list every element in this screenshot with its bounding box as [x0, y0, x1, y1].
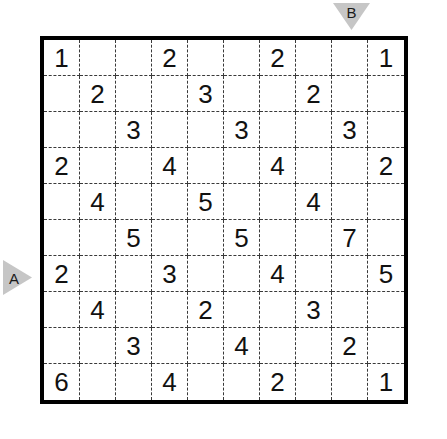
grid-cell-r6c9: 7	[332, 220, 368, 256]
grid-cell-r7c8[interactable]	[296, 256, 332, 292]
grid-cell-r5c8: 4	[296, 184, 332, 220]
grid-cell-r5c1[interactable]	[44, 184, 80, 220]
grid-cell-r4c1: 2	[44, 148, 80, 184]
grid-cell-r10c1: 6	[44, 364, 80, 400]
puzzle-board: 1221232333244245455723454233426421	[40, 36, 408, 404]
grid-cell-r4c10: 2	[368, 148, 404, 184]
grid-cell-r6c2[interactable]	[80, 220, 116, 256]
grid-cell-r8c9[interactable]	[332, 292, 368, 328]
grid-cell-r7c3[interactable]	[116, 256, 152, 292]
grid-cell-r9c4[interactable]	[152, 328, 188, 364]
grid-cell-r7c10: 5	[368, 256, 404, 292]
grid-cell-r8c5: 2	[188, 292, 224, 328]
grid-cell-r10c8[interactable]	[296, 364, 332, 400]
grid-cell-r1c10: 1	[368, 40, 404, 76]
grid-cell-r5c9[interactable]	[332, 184, 368, 220]
grid-cell-r4c2[interactable]	[80, 148, 116, 184]
grid-cell-r4c5[interactable]	[188, 148, 224, 184]
grid-cell-r9c8[interactable]	[296, 328, 332, 364]
endpoint-marker-a-arrow-icon: A	[3, 260, 32, 295]
grid-cell-r8c4[interactable]	[152, 292, 188, 328]
grid-cell-r7c6[interactable]	[224, 256, 260, 292]
grid-cell-r3c6: 3	[224, 112, 260, 148]
grid-cell-r5c6[interactable]	[224, 184, 260, 220]
grid-cell-r7c7: 4	[260, 256, 296, 292]
grid-cell-r7c4: 3	[152, 256, 188, 292]
marker-a-label: A	[9, 270, 19, 285]
grid-cell-r8c6[interactable]	[224, 292, 260, 328]
grid-cell-r6c1[interactable]	[44, 220, 80, 256]
grid-cell-r3c3: 3	[116, 112, 152, 148]
grid-cell-r8c3[interactable]	[116, 292, 152, 328]
grid-cell-r5c5: 5	[188, 184, 224, 220]
grid-cell-r10c6[interactable]	[224, 364, 260, 400]
grid-cell-r10c2[interactable]	[80, 364, 116, 400]
grid-cell-r10c4: 4	[152, 364, 188, 400]
grid-cell-r8c8: 3	[296, 292, 332, 328]
grid-cell-r3c8[interactable]	[296, 112, 332, 148]
grid-cell-r7c5[interactable]	[188, 256, 224, 292]
marker-b-label: B	[333, 5, 370, 20]
grid-cell-r7c1: 2	[44, 256, 80, 292]
grid-cell-r7c9[interactable]	[332, 256, 368, 292]
grid-cell-r5c4[interactable]	[152, 184, 188, 220]
grid-cell-r9c5[interactable]	[188, 328, 224, 364]
grid-cell-r10c3[interactable]	[116, 364, 152, 400]
grid-cell-r2c4[interactable]	[152, 76, 188, 112]
grid-cell-r2c7[interactable]	[260, 76, 296, 112]
puzzle-grid: 1221232333244245455723454233426421	[44, 40, 404, 400]
grid-cell-r8c2: 4	[80, 292, 116, 328]
grid-cell-r6c10[interactable]	[368, 220, 404, 256]
grid-cell-r2c8: 2	[296, 76, 332, 112]
grid-cell-r4c3[interactable]	[116, 148, 152, 184]
grid-cell-r6c5[interactable]	[188, 220, 224, 256]
grid-cell-r5c10[interactable]	[368, 184, 404, 220]
grid-cell-r1c8[interactable]	[296, 40, 332, 76]
grid-cell-r6c7[interactable]	[260, 220, 296, 256]
endpoint-marker-b-arrow-icon: B	[333, 3, 370, 30]
grid-cell-r8c10[interactable]	[368, 292, 404, 328]
grid-cell-r1c3[interactable]	[116, 40, 152, 76]
grid-cell-r1c1: 1	[44, 40, 80, 76]
grid-cell-r2c3[interactable]	[116, 76, 152, 112]
grid-cell-r3c9: 3	[332, 112, 368, 148]
grid-cell-r7c2[interactable]	[80, 256, 116, 292]
puzzle-page: B A 1221232333244245455723454233426421	[0, 0, 447, 439]
grid-cell-r2c6[interactable]	[224, 76, 260, 112]
grid-cell-r2c2: 2	[80, 76, 116, 112]
grid-cell-r9c6: 4	[224, 328, 260, 364]
grid-cell-r1c2[interactable]	[80, 40, 116, 76]
grid-cell-r10c10: 1	[368, 364, 404, 400]
grid-cell-r5c2: 4	[80, 184, 116, 220]
grid-cell-r6c6: 5	[224, 220, 260, 256]
grid-cell-r4c6[interactable]	[224, 148, 260, 184]
grid-cell-r4c9[interactable]	[332, 148, 368, 184]
grid-cell-r3c4[interactable]	[152, 112, 188, 148]
grid-cell-r4c8[interactable]	[296, 148, 332, 184]
grid-cell-r10c7: 2	[260, 364, 296, 400]
grid-cell-r3c10[interactable]	[368, 112, 404, 148]
grid-cell-r10c5[interactable]	[188, 364, 224, 400]
grid-cell-r3c7[interactable]	[260, 112, 296, 148]
grid-cell-r9c10[interactable]	[368, 328, 404, 364]
grid-cell-r2c5: 3	[188, 76, 224, 112]
grid-cell-r8c7[interactable]	[260, 292, 296, 328]
grid-cell-r1c9[interactable]	[332, 40, 368, 76]
grid-cell-r9c7[interactable]	[260, 328, 296, 364]
grid-cell-r1c6[interactable]	[224, 40, 260, 76]
grid-cell-r9c1[interactable]	[44, 328, 80, 364]
grid-cell-r4c7: 4	[260, 148, 296, 184]
grid-cell-r9c2[interactable]	[80, 328, 116, 364]
grid-cell-r9c3: 3	[116, 328, 152, 364]
grid-cell-r2c1[interactable]	[44, 76, 80, 112]
grid-cell-r3c2[interactable]	[80, 112, 116, 148]
grid-cell-r6c3: 5	[116, 220, 152, 256]
grid-cell-r4c4: 4	[152, 148, 188, 184]
grid-cell-r5c7[interactable]	[260, 184, 296, 220]
grid-cell-r8c1[interactable]	[44, 292, 80, 328]
grid-cell-r9c9: 2	[332, 328, 368, 364]
grid-cell-r5c3[interactable]	[116, 184, 152, 220]
grid-cell-r1c4: 2	[152, 40, 188, 76]
grid-cell-r1c7: 2	[260, 40, 296, 76]
grid-cell-r6c8[interactable]	[296, 220, 332, 256]
grid-cell-r2c10[interactable]	[368, 76, 404, 112]
grid-cell-r2c9[interactable]	[332, 76, 368, 112]
grid-cell-r10c9[interactable]	[332, 364, 368, 400]
grid-cell-r3c1[interactable]	[44, 112, 80, 148]
grid-cell-r6c4[interactable]	[152, 220, 188, 256]
grid-cell-r1c5[interactable]	[188, 40, 224, 76]
grid-cell-r3c5[interactable]	[188, 112, 224, 148]
